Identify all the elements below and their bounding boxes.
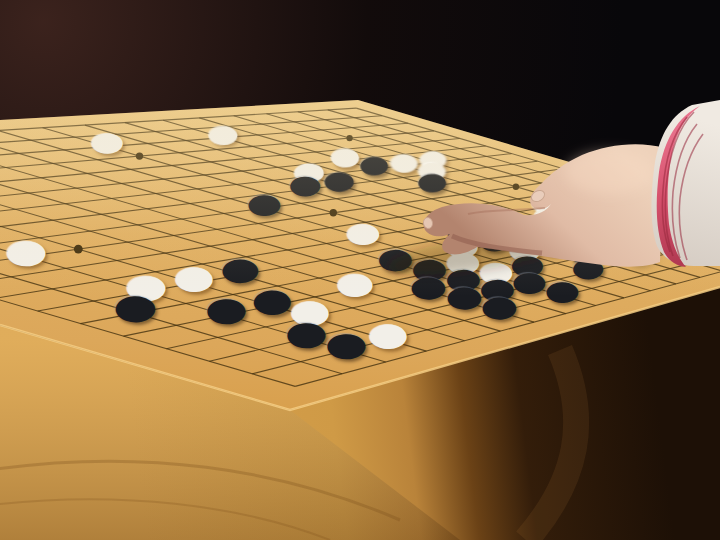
knuckle-highlight — [565, 150, 655, 194]
go-photo-stage: ●●●●●●●●●●●●●●●●●●●●●●●●●●●●●●●●●●●●●●●●… — [0, 0, 720, 540]
player-hand-group — [0, 0, 720, 540]
